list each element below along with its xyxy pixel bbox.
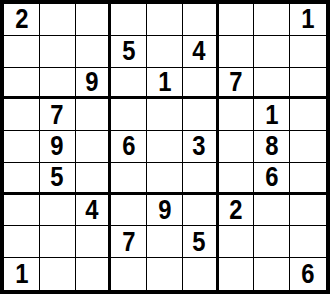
cell-r2c2[interactable] xyxy=(40,36,76,68)
cell-r7c2[interactable] xyxy=(40,195,76,227)
cell-r4c1[interactable] xyxy=(4,99,40,131)
cell-r5c2[interactable]: 9 xyxy=(40,131,76,163)
cell-r4c6[interactable] xyxy=(183,99,219,131)
cell-r5c6[interactable]: 3 xyxy=(183,131,219,163)
given-digit: 3 xyxy=(193,132,206,160)
cell-r9c8[interactable] xyxy=(254,258,290,290)
cell-r7c3[interactable]: 4 xyxy=(76,195,112,227)
cell-r5c1[interactable] xyxy=(4,131,40,163)
cell-r1c3[interactable] xyxy=(76,4,112,36)
cell-r2c4[interactable]: 5 xyxy=(111,36,147,68)
given-digit: 5 xyxy=(193,228,206,256)
cell-r3c2[interactable] xyxy=(40,68,76,100)
given-digit: 6 xyxy=(301,260,314,288)
cell-r1c8[interactable] xyxy=(254,4,290,36)
cell-r2c6[interactable]: 4 xyxy=(183,36,219,68)
given-digit: 6 xyxy=(122,132,135,160)
cell-r3c8[interactable] xyxy=(254,68,290,100)
given-digit: 7 xyxy=(229,68,242,96)
cell-r9c2[interactable] xyxy=(40,258,76,290)
cell-r9c4[interactable] xyxy=(111,258,147,290)
cell-r5c3[interactable] xyxy=(76,131,112,163)
cell-r4c3[interactable] xyxy=(76,99,112,131)
cell-r2c3[interactable] xyxy=(76,36,112,68)
cell-r6c8[interactable]: 6 xyxy=(254,163,290,195)
cell-r8c4[interactable]: 7 xyxy=(111,226,147,258)
given-digit: 1 xyxy=(265,101,278,129)
cell-r3c6[interactable] xyxy=(183,68,219,100)
cell-r7c5[interactable]: 9 xyxy=(147,195,183,227)
cell-r1c4[interactable] xyxy=(111,4,147,36)
given-digit: 7 xyxy=(51,101,64,129)
given-digit: 2 xyxy=(15,5,28,33)
cell-r1c2[interactable] xyxy=(40,4,76,36)
given-digit: 1 xyxy=(15,260,28,288)
cell-r4c7[interactable] xyxy=(219,99,255,131)
cell-r3c5[interactable]: 1 xyxy=(147,68,183,100)
cell-r7c1[interactable] xyxy=(4,195,40,227)
cell-r6c7[interactable] xyxy=(219,163,255,195)
cell-r1c7[interactable] xyxy=(219,4,255,36)
cell-r4c9[interactable] xyxy=(290,99,326,131)
cell-r4c4[interactable] xyxy=(111,99,147,131)
cell-r3c7[interactable]: 7 xyxy=(219,68,255,100)
cell-r9c1[interactable]: 1 xyxy=(4,258,40,290)
cell-r8c5[interactable] xyxy=(147,226,183,258)
cell-r4c8[interactable]: 1 xyxy=(254,99,290,131)
cell-r7c8[interactable] xyxy=(254,195,290,227)
cell-r7c4[interactable] xyxy=(111,195,147,227)
cell-r2c1[interactable] xyxy=(4,36,40,68)
cell-r3c4[interactable] xyxy=(111,68,147,100)
given-digit: 9 xyxy=(158,196,171,224)
cell-r5c9[interactable] xyxy=(290,131,326,163)
cell-r5c7[interactable] xyxy=(219,131,255,163)
cell-r2c5[interactable] xyxy=(147,36,183,68)
given-digit: 4 xyxy=(193,37,206,65)
given-digit: 6 xyxy=(265,163,278,191)
cell-r2c8[interactable] xyxy=(254,36,290,68)
cell-r3c9[interactable] xyxy=(290,68,326,100)
given-digit: 5 xyxy=(122,37,135,65)
given-digit: 9 xyxy=(51,132,64,160)
given-digit: 1 xyxy=(301,5,314,33)
cell-r7c6[interactable] xyxy=(183,195,219,227)
given-digit: 1 xyxy=(158,68,171,96)
given-digit: 5 xyxy=(51,163,64,191)
cell-r8c1[interactable] xyxy=(4,226,40,258)
cell-r2c7[interactable] xyxy=(219,36,255,68)
cell-r9c9[interactable]: 6 xyxy=(290,258,326,290)
sudoku-board: 2154917719638564927516 xyxy=(0,0,330,294)
given-digit: 7 xyxy=(122,228,135,256)
cell-r8c8[interactable] xyxy=(254,226,290,258)
cell-r7c9[interactable] xyxy=(290,195,326,227)
cell-r3c1[interactable] xyxy=(4,68,40,100)
cell-r8c9[interactable] xyxy=(290,226,326,258)
given-digit: 4 xyxy=(85,196,98,224)
cell-r3c3[interactable]: 9 xyxy=(76,68,112,100)
cell-r6c2[interactable]: 5 xyxy=(40,163,76,195)
cell-r1c9[interactable]: 1 xyxy=(290,4,326,36)
cell-r6c6[interactable] xyxy=(183,163,219,195)
cell-r1c5[interactable] xyxy=(147,4,183,36)
cell-r1c6[interactable] xyxy=(183,4,219,36)
cell-r5c8[interactable]: 8 xyxy=(254,131,290,163)
cell-r5c4[interactable]: 6 xyxy=(111,131,147,163)
cell-r6c4[interactable] xyxy=(111,163,147,195)
cell-r5c5[interactable] xyxy=(147,131,183,163)
cell-r6c5[interactable] xyxy=(147,163,183,195)
cell-r9c3[interactable] xyxy=(76,258,112,290)
cell-r8c2[interactable] xyxy=(40,226,76,258)
cell-r6c3[interactable] xyxy=(76,163,112,195)
cell-r4c2[interactable]: 7 xyxy=(40,99,76,131)
cell-r6c9[interactable] xyxy=(290,163,326,195)
cell-r8c3[interactable] xyxy=(76,226,112,258)
cell-r8c6[interactable]: 5 xyxy=(183,226,219,258)
cell-r9c5[interactable] xyxy=(147,258,183,290)
cell-r6c1[interactable] xyxy=(4,163,40,195)
cell-r9c7[interactable] xyxy=(219,258,255,290)
cell-r4c5[interactable] xyxy=(147,99,183,131)
cell-r2c9[interactable] xyxy=(290,36,326,68)
cell-r9c6[interactable] xyxy=(183,258,219,290)
given-digit: 9 xyxy=(85,68,98,96)
given-digit: 8 xyxy=(265,132,278,160)
given-digit: 2 xyxy=(229,196,242,224)
cell-r7c7[interactable]: 2 xyxy=(219,195,255,227)
cell-r1c1[interactable]: 2 xyxy=(4,4,40,36)
cell-r8c7[interactable] xyxy=(219,226,255,258)
